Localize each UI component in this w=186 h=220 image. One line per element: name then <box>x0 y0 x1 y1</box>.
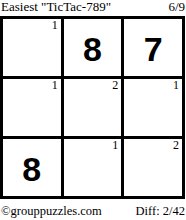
corner-clue: 1 <box>52 79 58 92</box>
copyright-text: ©grouppuzzles.com <box>1 204 102 218</box>
cell-r3c2[interactable]: 1 <box>64 139 122 196</box>
cell-r3c3[interactable]: 2 <box>124 139 182 196</box>
difficulty-text: Diff: 2/42 <box>136 204 185 218</box>
cell-r1c2[interactable]: 8 <box>64 19 122 76</box>
corner-clue: 1 <box>52 19 58 32</box>
tictac-board: 1 8 7 1 2 1 8 1 <box>0 16 185 199</box>
cell-r1c3[interactable]: 7 <box>124 19 182 76</box>
puzzle-page: Easiest "TicTac-789" 6/9 1 8 7 1 2 1 <box>0 0 186 220</box>
cell-r2c3[interactable]: 1 <box>124 79 182 136</box>
cell-r2c2[interactable]: 2 <box>64 79 122 136</box>
cell-value: 8 <box>22 150 41 186</box>
puzzle-title: Easiest "TicTac-789" <box>1 0 111 14</box>
puzzle-number: 6/9 <box>168 0 185 14</box>
corner-clue: 1 <box>112 139 118 152</box>
cell-value: 8 <box>83 30 102 66</box>
corner-clue: 2 <box>173 139 179 152</box>
corner-clue: 1 <box>173 79 179 92</box>
cell-r3c1[interactable]: 8 <box>3 139 61 196</box>
cell-value: 7 <box>144 30 163 66</box>
footer: ©grouppuzzles.com Diff: 2/42 <box>1 203 185 218</box>
header: Easiest "TicTac-789" 6/9 <box>1 0 185 15</box>
cell-r1c1[interactable]: 1 <box>3 19 61 76</box>
corner-clue: 2 <box>112 79 118 92</box>
cell-r2c1[interactable]: 1 <box>3 79 61 136</box>
